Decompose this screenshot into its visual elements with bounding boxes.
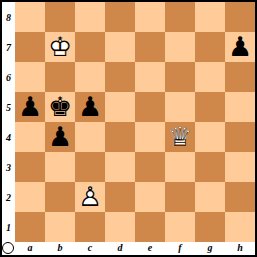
square-b1[interactable]	[45, 212, 75, 242]
rank-label-2: 2	[2, 182, 15, 212]
square-h8[interactable]	[225, 2, 255, 32]
square-e1[interactable]	[135, 212, 165, 242]
square-c8[interactable]	[75, 2, 105, 32]
square-g6[interactable]	[195, 62, 225, 92]
square-d8[interactable]	[105, 2, 135, 32]
rank-label-6: 6	[2, 62, 15, 92]
square-g3[interactable]	[195, 152, 225, 182]
black-pawn-c5: ♟	[75, 92, 105, 122]
square-f6[interactable]	[165, 62, 195, 92]
square-b6[interactable]	[45, 62, 75, 92]
square-d1[interactable]	[105, 212, 135, 242]
square-e2[interactable]	[135, 182, 165, 212]
file-label-d: d	[105, 242, 135, 255]
square-e7[interactable]	[135, 32, 165, 62]
square-d4[interactable]	[105, 122, 135, 152]
square-a5[interactable]: ♟	[15, 92, 45, 122]
square-h2[interactable]	[225, 182, 255, 212]
rank-labels: 87654321	[2, 2, 15, 242]
black-king-b5: ♚	[45, 92, 75, 122]
square-g1[interactable]	[195, 212, 225, 242]
rank-label-7: 7	[2, 32, 15, 62]
square-g8[interactable]	[195, 2, 225, 32]
piece-outline-glyph: ♙	[75, 182, 105, 212]
rank-label-1: 1	[2, 212, 15, 242]
square-c3[interactable]	[75, 152, 105, 182]
square-e6[interactable]	[135, 62, 165, 92]
file-label-e: e	[135, 242, 165, 255]
file-label-b: b	[45, 242, 75, 255]
diagram-inner-margin: ♚♔♟♟♚♟♟♛♕♟♙ 87654321 abcdefgh	[2, 2, 255, 255]
side-to-move-indicator	[2, 242, 14, 254]
file-label-h: h	[225, 242, 255, 255]
square-d2[interactable]	[105, 182, 135, 212]
rank-label-4: 4	[2, 122, 15, 152]
square-b7[interactable]: ♚♔	[45, 32, 75, 62]
square-f4[interactable]: ♛♕	[165, 122, 195, 152]
square-e4[interactable]	[135, 122, 165, 152]
file-label-c: c	[75, 242, 105, 255]
square-a7[interactable]	[15, 32, 45, 62]
square-c2[interactable]: ♟♙	[75, 182, 105, 212]
square-a1[interactable]	[15, 212, 45, 242]
square-d5[interactable]	[105, 92, 135, 122]
piece-solid-glyph: ♟	[225, 32, 255, 62]
white-queen-f4: ♛♕	[165, 122, 195, 152]
square-a3[interactable]	[15, 152, 45, 182]
piece-solid-glyph: ♟	[15, 92, 45, 122]
file-label-g: g	[195, 242, 225, 255]
square-c1[interactable]	[75, 212, 105, 242]
piece-solid-glyph: ♚	[45, 92, 75, 122]
square-b3[interactable]	[45, 152, 75, 182]
rank-label-3: 3	[2, 152, 15, 182]
square-f1[interactable]	[165, 212, 195, 242]
square-h5[interactable]	[225, 92, 255, 122]
square-g4[interactable]	[195, 122, 225, 152]
rank-label-5: 5	[2, 92, 15, 122]
piece-outline-glyph: ♕	[165, 122, 195, 152]
square-c7[interactable]	[75, 32, 105, 62]
square-b2[interactable]	[45, 182, 75, 212]
square-b4[interactable]: ♟	[45, 122, 75, 152]
square-a6[interactable]	[15, 62, 45, 92]
square-f8[interactable]	[165, 2, 195, 32]
square-e3[interactable]	[135, 152, 165, 182]
piece-solid-glyph: ♟	[45, 122, 75, 152]
piece-outline-glyph: ♔	[45, 32, 75, 62]
square-a2[interactable]	[15, 182, 45, 212]
square-d3[interactable]	[105, 152, 135, 182]
square-g5[interactable]	[195, 92, 225, 122]
square-f3[interactable]	[165, 152, 195, 182]
chess-diagram: ♚♔♟♟♚♟♟♛♕♟♙ 87654321 abcdefgh	[0, 0, 257, 257]
square-d6[interactable]	[105, 62, 135, 92]
white-pawn-c2: ♟♙	[75, 182, 105, 212]
chess-board: ♚♔♟♟♚♟♟♛♕♟♙	[15, 2, 255, 242]
square-g7[interactable]	[195, 32, 225, 62]
black-pawn-b4: ♟	[45, 122, 75, 152]
file-label-a: a	[15, 242, 45, 255]
square-a4[interactable]	[15, 122, 45, 152]
square-b8[interactable]	[45, 2, 75, 32]
rank-label-8: 8	[2, 2, 15, 32]
file-labels: abcdefgh	[15, 242, 255, 255]
square-c6[interactable]	[75, 62, 105, 92]
square-g2[interactable]	[195, 182, 225, 212]
square-f2[interactable]	[165, 182, 195, 212]
square-a8[interactable]	[15, 2, 45, 32]
file-label-f: f	[165, 242, 195, 255]
square-d7[interactable]	[105, 32, 135, 62]
square-c4[interactable]	[75, 122, 105, 152]
square-h7[interactable]: ♟	[225, 32, 255, 62]
white-king-b7: ♚♔	[45, 32, 75, 62]
black-pawn-h7: ♟	[225, 32, 255, 62]
square-h4[interactable]	[225, 122, 255, 152]
square-h3[interactable]	[225, 152, 255, 182]
square-h6[interactable]	[225, 62, 255, 92]
square-f7[interactable]	[165, 32, 195, 62]
square-f5[interactable]	[165, 92, 195, 122]
square-b5[interactable]: ♚	[45, 92, 75, 122]
square-e8[interactable]	[135, 2, 165, 32]
black-pawn-a5: ♟	[15, 92, 45, 122]
piece-solid-glyph: ♟	[75, 92, 105, 122]
square-h1[interactable]	[225, 212, 255, 242]
square-e5[interactable]	[135, 92, 165, 122]
square-c5[interactable]: ♟	[75, 92, 105, 122]
